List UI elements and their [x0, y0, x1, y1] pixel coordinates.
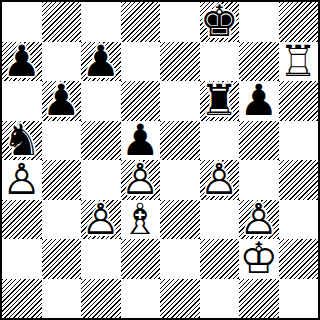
black-rook: ♜♜ [200, 81, 240, 121]
chess-board: ♚♚♟♟♟♟♜♖♟♟♜♜♟♟♞♞♟♟♟♙♟♙♟♙♟♙♝♗♟♙♚♔ [0, 0, 320, 320]
white-pawn-icon: ♙ [2, 160, 42, 200]
square-c1[interactable] [81, 279, 121, 319]
square-e4[interactable] [160, 160, 200, 200]
square-e5[interactable] [160, 121, 200, 161]
square-a4[interactable]: ♟♙ [2, 160, 42, 200]
square-f4[interactable]: ♟♙ [200, 160, 240, 200]
square-b8[interactable] [42, 2, 82, 42]
black-knight-icon: ♞ [2, 121, 42, 161]
square-h3[interactable] [279, 200, 319, 240]
square-h5[interactable] [279, 121, 319, 161]
square-g6[interactable]: ♟♟ [239, 81, 279, 121]
square-b6[interactable]: ♟♟ [42, 81, 82, 121]
black-pawn: ♟♟ [2, 42, 42, 82]
white-bishop: ♝♗ [121, 200, 161, 240]
square-g8[interactable] [239, 2, 279, 42]
square-c4[interactable] [81, 160, 121, 200]
square-a5[interactable]: ♞♞ [2, 121, 42, 161]
square-c7[interactable]: ♟♟ [81, 42, 121, 82]
black-pawn: ♟♟ [81, 42, 121, 82]
square-e1[interactable] [160, 279, 200, 319]
square-a1[interactable] [2, 279, 42, 319]
black-knight: ♞♞ [2, 121, 42, 161]
black-pawn-icon: ♟ [42, 81, 82, 121]
white-rook-icon: ♖ [279, 42, 319, 82]
square-a6[interactable] [2, 81, 42, 121]
square-b7[interactable] [42, 42, 82, 82]
square-d2[interactable] [121, 239, 161, 279]
square-f3[interactable] [200, 200, 240, 240]
square-f8[interactable]: ♚♚ [200, 2, 240, 42]
square-e7[interactable] [160, 42, 200, 82]
square-f1[interactable] [200, 279, 240, 319]
white-pawn: ♟♙ [81, 200, 121, 240]
square-b4[interactable] [42, 160, 82, 200]
square-f7[interactable] [200, 42, 240, 82]
square-h8[interactable] [279, 2, 319, 42]
square-b5[interactable] [42, 121, 82, 161]
square-g5[interactable] [239, 121, 279, 161]
square-h6[interactable] [279, 81, 319, 121]
white-pawn-icon: ♙ [121, 160, 161, 200]
square-c2[interactable] [81, 239, 121, 279]
square-d7[interactable] [121, 42, 161, 82]
white-pawn: ♟♙ [239, 200, 279, 240]
square-h2[interactable] [279, 239, 319, 279]
square-h1[interactable] [279, 279, 319, 319]
square-g1[interactable] [239, 279, 279, 319]
black-pawn-icon: ♟ [239, 81, 279, 121]
square-d8[interactable] [121, 2, 161, 42]
square-a8[interactable] [2, 2, 42, 42]
black-pawn-icon: ♟ [121, 121, 161, 161]
black-pawn-icon: ♟ [81, 42, 121, 82]
square-g7[interactable] [239, 42, 279, 82]
square-c6[interactable] [81, 81, 121, 121]
square-g2[interactable]: ♚♔ [239, 239, 279, 279]
square-b1[interactable] [42, 279, 82, 319]
black-king: ♚♚ [200, 2, 240, 42]
square-a7[interactable]: ♟♟ [2, 42, 42, 82]
black-rook-icon: ♜ [200, 81, 240, 121]
square-h7[interactable]: ♜♖ [279, 42, 319, 82]
square-d1[interactable] [121, 279, 161, 319]
black-pawn: ♟♟ [121, 121, 161, 161]
black-pawn-icon: ♟ [2, 42, 42, 82]
black-pawn: ♟♟ [42, 81, 82, 121]
square-d6[interactable] [121, 81, 161, 121]
white-pawn: ♟♙ [121, 160, 161, 200]
square-e3[interactable] [160, 200, 200, 240]
white-king-icon: ♔ [239, 239, 279, 279]
square-e2[interactable] [160, 239, 200, 279]
white-pawn: ♟♙ [2, 160, 42, 200]
square-e8[interactable] [160, 2, 200, 42]
square-b3[interactable] [42, 200, 82, 240]
square-e6[interactable] [160, 81, 200, 121]
black-king-icon: ♚ [200, 2, 240, 42]
square-g4[interactable] [239, 160, 279, 200]
square-h4[interactable] [279, 160, 319, 200]
square-f2[interactable] [200, 239, 240, 279]
white-pawn: ♟♙ [200, 160, 240, 200]
square-d5[interactable]: ♟♟ [121, 121, 161, 161]
white-pawn-icon: ♙ [200, 160, 240, 200]
black-pawn: ♟♟ [239, 81, 279, 121]
square-c8[interactable] [81, 2, 121, 42]
white-pawn-icon: ♙ [239, 200, 279, 240]
square-c5[interactable] [81, 121, 121, 161]
white-rook: ♜♖ [279, 42, 319, 82]
square-a3[interactable] [2, 200, 42, 240]
square-a2[interactable] [2, 239, 42, 279]
white-bishop-icon: ♗ [121, 200, 161, 240]
square-f5[interactable] [200, 121, 240, 161]
square-g3[interactable]: ♟♙ [239, 200, 279, 240]
square-d3[interactable]: ♝♗ [121, 200, 161, 240]
square-b2[interactable] [42, 239, 82, 279]
white-pawn-icon: ♙ [81, 200, 121, 240]
white-king: ♚♔ [239, 239, 279, 279]
square-c3[interactable]: ♟♙ [81, 200, 121, 240]
square-d4[interactable]: ♟♙ [121, 160, 161, 200]
square-f6[interactable]: ♜♜ [200, 81, 240, 121]
